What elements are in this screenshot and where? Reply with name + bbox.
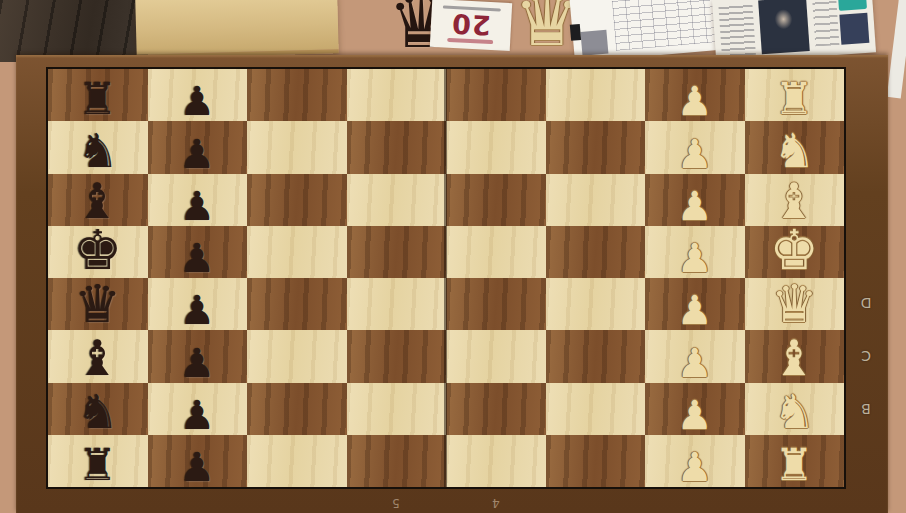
square-h1: ♜: [745, 69, 845, 121]
square-c6: [247, 330, 347, 382]
square-b8: ♞: [48, 383, 148, 435]
square-b1: ♞: [745, 383, 845, 435]
square-b5: [347, 383, 447, 435]
piece-black-knight-b8: ♞: [48, 388, 148, 435]
table-number: 20: [451, 10, 492, 39]
table-number-card: 20: [430, 0, 512, 51]
piece-white-rook-h1: ♜: [745, 77, 845, 121]
square-h5: [347, 69, 447, 121]
scoresheet-photo-thumb: [580, 30, 608, 56]
piece-black-rook-h8: ♜: [48, 77, 148, 121]
square-d6: [247, 278, 347, 330]
square-c2: ♟: [645, 330, 745, 382]
background-wall-sliver: [887, 0, 906, 98]
scoresheet-clip: [570, 24, 581, 41]
square-g4: [446, 121, 546, 173]
square-e5: [347, 226, 447, 278]
magazine-secondary-photo: [839, 13, 869, 45]
piece-white-knight-g1: ♞: [745, 127, 845, 174]
square-h4: [446, 69, 546, 121]
piece-black-knight-g8: ♞: [48, 127, 148, 174]
square-b4: [446, 383, 546, 435]
square-a5: [347, 435, 447, 487]
scoresheet: [570, 0, 727, 63]
square-g5: [347, 121, 447, 173]
file-label-d: D: [856, 295, 876, 311]
rank-label-4: 4: [486, 496, 506, 510]
square-f7: ♟: [148, 174, 248, 226]
piece-black-pawn-e7: ♟: [148, 238, 248, 278]
piece-black-pawn-b7: ♟: [148, 395, 248, 435]
piece-white-king-e1: ♚: [745, 223, 845, 278]
square-f3: [546, 174, 646, 226]
square-f5: [347, 174, 447, 226]
square-d7: ♟: [148, 278, 248, 330]
piece-black-queen-d8: ♛: [48, 278, 148, 330]
magazine-portrait-photo: [758, 0, 810, 54]
square-a1: ♜: [745, 435, 845, 487]
piece-white-pawn-b2: ♟: [645, 395, 745, 435]
square-a3: [546, 435, 646, 487]
magazine: [712, 0, 876, 64]
piece-black-rook-a8: ♜: [48, 443, 148, 487]
piece-white-knight-b1: ♞: [745, 388, 845, 435]
square-g2: ♟: [645, 121, 745, 173]
square-f4: [446, 174, 546, 226]
magazine-teal-badge: [838, 0, 867, 11]
square-c4: [446, 330, 546, 382]
square-h6: [247, 69, 347, 121]
piece-white-pawn-d2: ♟: [645, 290, 745, 330]
square-f2: ♟: [645, 174, 745, 226]
piece-white-queen-d1: ♛: [745, 278, 845, 330]
tournament-table-photo: { "game": "chess", "position": { "fen": …: [0, 0, 906, 513]
square-e3: [546, 226, 646, 278]
piece-white-pawn-g2: ♟: [645, 134, 745, 174]
square-e8: ♚: [48, 226, 148, 278]
square-h7: ♟: [148, 69, 248, 121]
piece-black-pawn-g7: ♟: [148, 134, 248, 174]
square-d1: ♛: [745, 278, 845, 330]
square-a7: ♟: [148, 435, 248, 487]
square-h3: [546, 69, 646, 121]
square-b6: [247, 383, 347, 435]
square-h8: ♜: [48, 69, 148, 121]
piece-white-pawn-a2: ♟: [645, 447, 745, 487]
chess-piece-box: [135, 0, 339, 59]
square-d2: ♟: [645, 278, 745, 330]
square-b3: [546, 383, 646, 435]
piece-white-pawn-c2: ♟: [645, 343, 745, 383]
square-b2: ♟: [645, 383, 745, 435]
square-a4: [446, 435, 546, 487]
piece-black-pawn-a7: ♟: [148, 447, 248, 487]
square-e6: [247, 226, 347, 278]
piece-white-pawn-f2: ♟: [645, 186, 745, 226]
piece-black-pawn-d7: ♟: [148, 290, 248, 330]
rank-label-5: 5: [386, 496, 406, 510]
piece-black-king-e8: ♚: [48, 223, 148, 278]
square-e7: ♟: [148, 226, 248, 278]
square-d5: [347, 278, 447, 330]
board-fold-seam: [444, 67, 447, 489]
square-f6: [247, 174, 347, 226]
chessboard: ♜♟♟♜♞♟♟♞♝♟♟♝♚♟♟♚♛♟♟♛♝♟♟♝♞♟♟♞♜♟♟♜ DCB54: [16, 55, 888, 513]
square-c5: [347, 330, 447, 382]
square-a2: ♟: [645, 435, 745, 487]
piece-black-pawn-f7: ♟: [148, 186, 248, 226]
square-d4: [446, 278, 546, 330]
square-e4: [446, 226, 546, 278]
square-g8: ♞: [48, 121, 148, 173]
magazine-text-lines: [812, 0, 839, 47]
piece-white-pawn-h2: ♟: [645, 81, 745, 121]
piece-black-pawn-c7: ♟: [148, 343, 248, 383]
piece-black-bishop-c8: ♝: [48, 334, 148, 383]
piece-black-pawn-h7: ♟: [148, 81, 248, 121]
square-d3: [546, 278, 646, 330]
wood-floor: [0, 0, 148, 62]
square-a8: ♜: [48, 435, 148, 487]
scoresheet-move-grid: [612, 0, 722, 51]
magazine-text-column: [718, 3, 756, 57]
square-c3: [546, 330, 646, 382]
square-e2: ♟: [645, 226, 745, 278]
file-label-c: C: [856, 348, 876, 364]
square-g3: [546, 121, 646, 173]
piece-white-rook-a1: ♜: [745, 443, 845, 487]
square-g7: ♟: [148, 121, 248, 173]
square-c1: ♝: [745, 330, 845, 382]
square-a6: [247, 435, 347, 487]
square-g1: ♞: [745, 121, 845, 173]
square-c7: ♟: [148, 330, 248, 382]
square-e1: ♚: [745, 226, 845, 278]
file-label-b: B: [856, 401, 876, 417]
piece-white-bishop-c1: ♝: [745, 334, 845, 383]
square-b7: ♟: [148, 383, 248, 435]
square-g6: [247, 121, 347, 173]
square-d8: ♛: [48, 278, 148, 330]
piece-white-pawn-e2: ♟: [645, 238, 745, 278]
square-c8: ♝: [48, 330, 148, 382]
square-h2: ♟: [645, 69, 745, 121]
